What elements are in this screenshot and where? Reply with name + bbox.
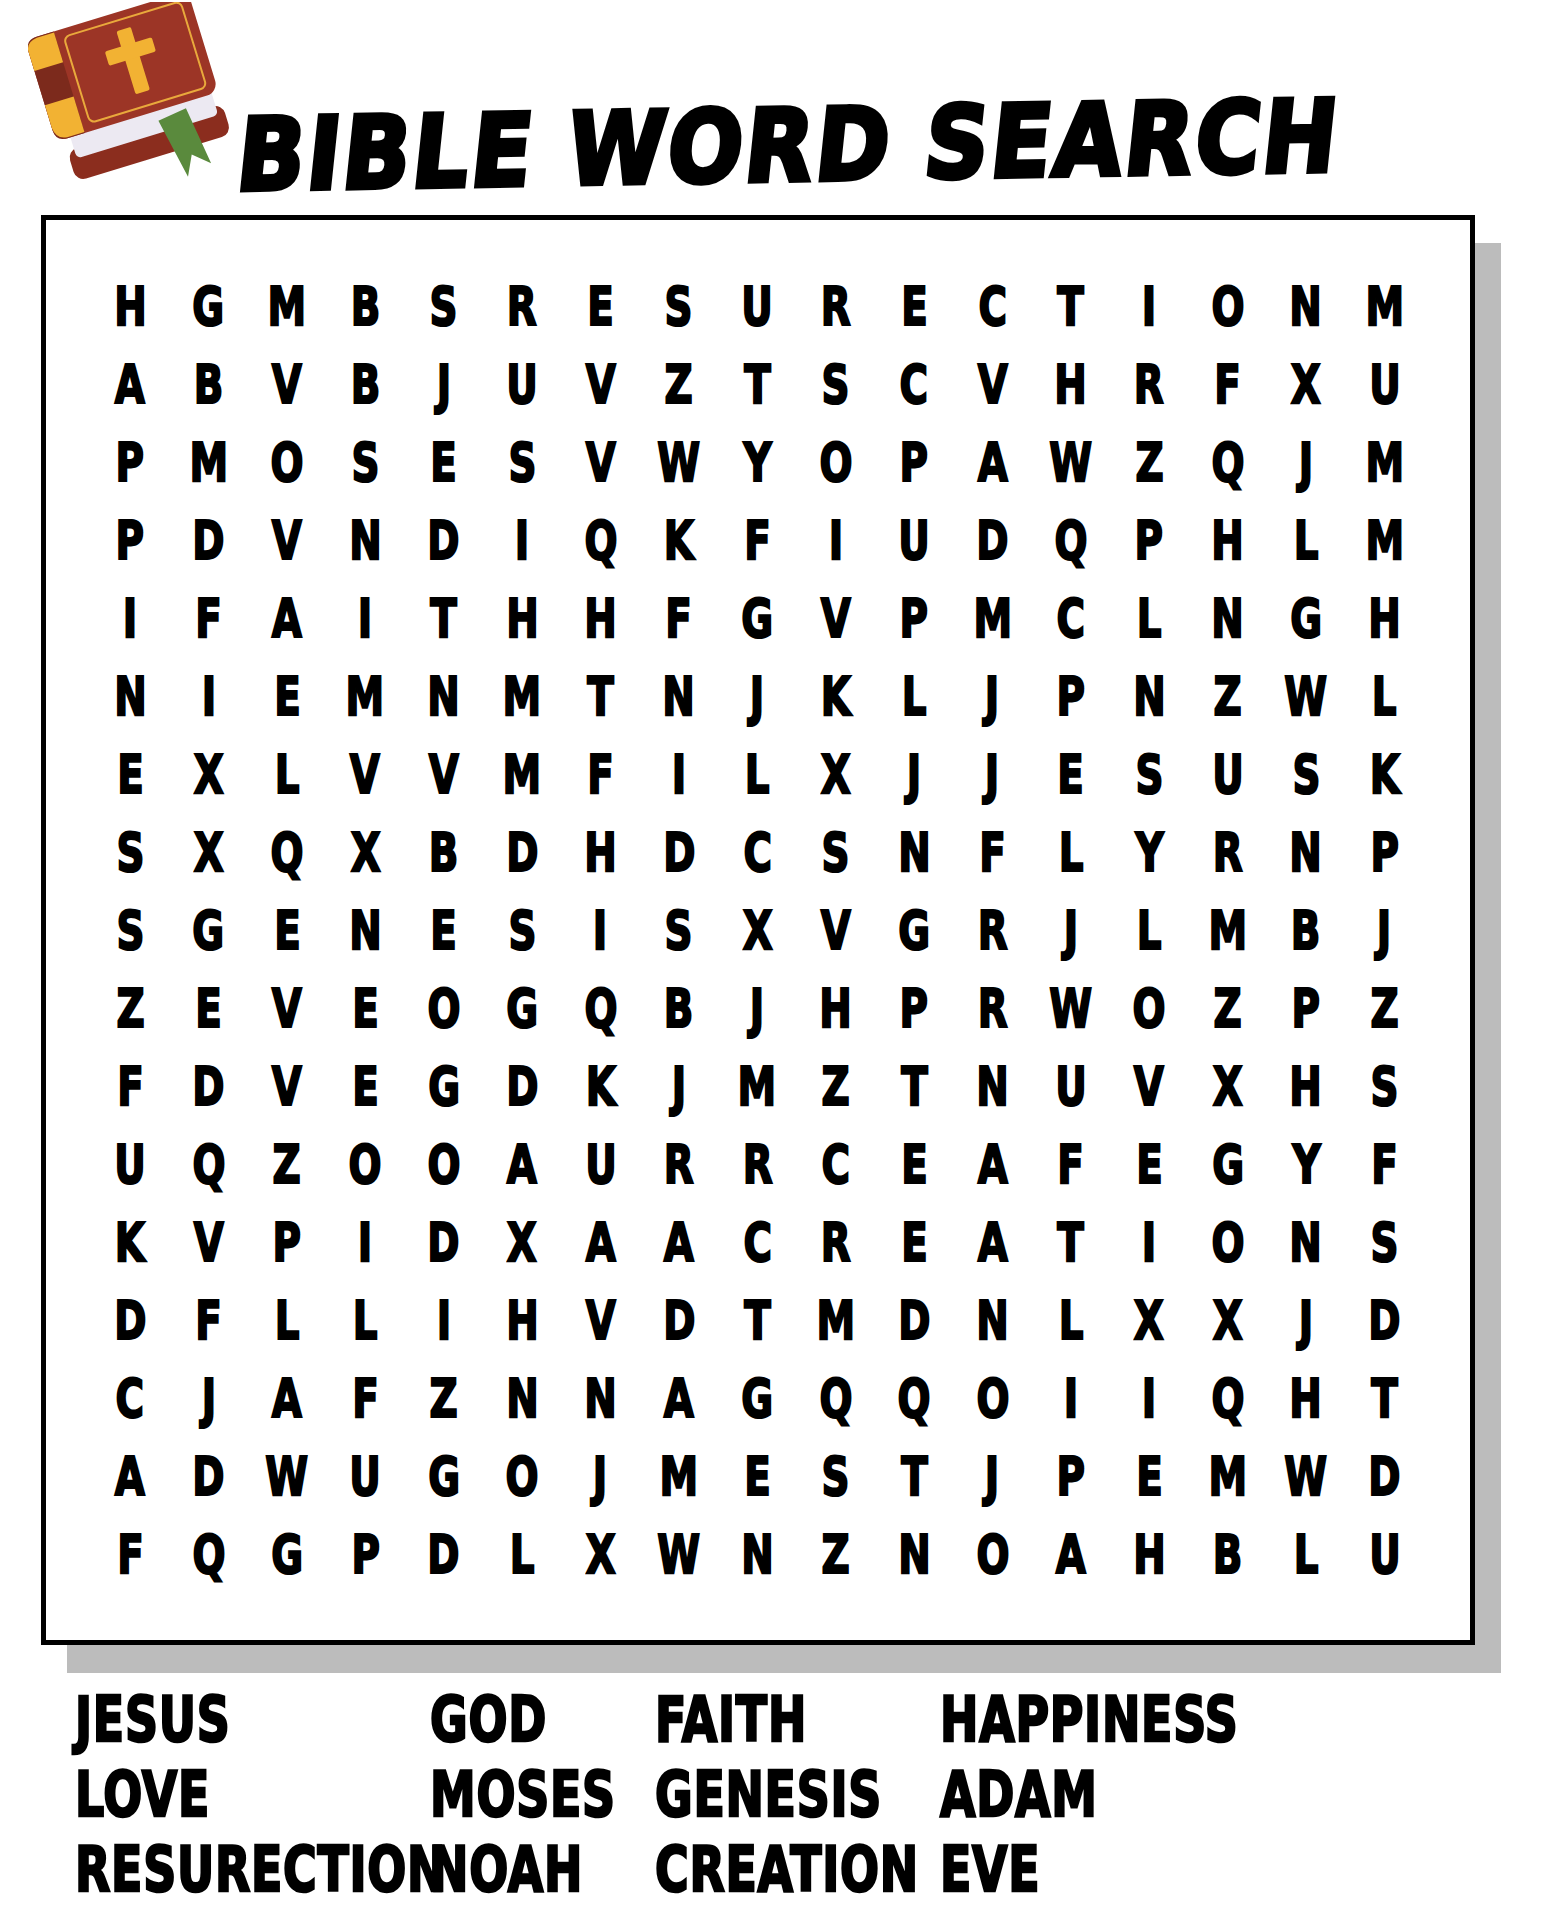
grid-letter: I (201, 665, 215, 728)
grid-cell: H (797, 969, 875, 1047)
grid-cell: Z (248, 1125, 326, 1203)
grid-cell: T (875, 1437, 953, 1515)
grid-cell: T (718, 345, 796, 423)
grid-letter: F (979, 821, 1006, 884)
grid-cell: U (483, 345, 561, 423)
grid-letter: A (507, 1133, 537, 1196)
grid-letter: S (1370, 1211, 1398, 1274)
grid-letter: R (1213, 821, 1243, 884)
grid-letter: M (738, 1055, 777, 1118)
grid-letter: O (427, 977, 460, 1040)
grid-cell: Z (1188, 657, 1266, 735)
grid-cell: T (1345, 1359, 1423, 1437)
grid-cell: D (953, 501, 1031, 579)
grid-letter: H (584, 821, 617, 884)
grid-letter: R (978, 977, 1008, 1040)
grid-letter: O (349, 1133, 382, 1196)
grid-letter: Q (1211, 431, 1244, 494)
grid-cell: H (1267, 1047, 1345, 1125)
grid-letter: T (744, 353, 771, 416)
grid-letter: Z (116, 977, 144, 1040)
grid-cell: P (875, 969, 953, 1047)
grid-letter: N (1290, 1211, 1323, 1274)
grid-cell: A (953, 1203, 1031, 1281)
grid-letter: A (977, 431, 1007, 494)
grid-cell: I (1110, 267, 1188, 345)
grid-cell: B (1267, 891, 1345, 969)
grid-letter: I (437, 1289, 451, 1352)
grid-letter: E (744, 1445, 771, 1508)
grid-cell: X (169, 813, 247, 891)
grid-letter: U (506, 353, 538, 416)
grid-letter: Q (1211, 1367, 1244, 1430)
grid-cell: V (248, 345, 326, 423)
grid-letter: Q (898, 1367, 931, 1430)
grid-cell: N (1267, 813, 1345, 891)
grid-cell: G (718, 579, 796, 657)
grid-letter: E (430, 899, 457, 962)
grid-letter: Z (822, 1523, 850, 1586)
grid-cell: M (640, 1437, 718, 1515)
grid-letter: D (663, 1289, 695, 1352)
grid-cell: O (1188, 1203, 1266, 1281)
grid-cell: X (169, 735, 247, 813)
grid-letter: B (429, 821, 459, 884)
grid-cell: I (405, 1281, 483, 1359)
grid-cell: B (326, 345, 404, 423)
grid-letter: J (985, 1445, 999, 1508)
grid-letter: D (428, 509, 460, 572)
grid-cell: T (405, 579, 483, 657)
grid-cell: E (91, 735, 169, 813)
grid-cell: P (1032, 657, 1110, 735)
grid-letter: E (195, 977, 222, 1040)
grid-letter: P (1057, 1445, 1085, 1508)
grid-letter: Y (743, 431, 771, 494)
grid-cell: Z (1188, 969, 1266, 1047)
grid-letter: N (349, 899, 382, 962)
grid-letter: O (1133, 977, 1166, 1040)
grid-cell: A (561, 1203, 639, 1281)
grid-letter: B (1291, 899, 1321, 962)
grid-letter: S (1370, 1055, 1398, 1118)
grid-letter: X (1213, 1289, 1243, 1352)
grid-cell: N (326, 501, 404, 579)
grid-cell: K (1345, 735, 1423, 813)
grid-letter: V (272, 353, 302, 416)
grid-cell: J (1345, 891, 1423, 969)
grid-cell: S (91, 891, 169, 969)
grid-cell: I (1110, 1203, 1188, 1281)
header: BIBLE WORD SEARCH (0, 0, 1544, 210)
grid-cell: R (797, 1203, 875, 1281)
grid-letter: T (901, 1445, 928, 1508)
grid-letter: V (585, 353, 615, 416)
word-list-column: HAPPINESSADAMEVE (940, 1682, 1344, 1907)
grid-cell: R (953, 969, 1031, 1047)
grid-cell: K (91, 1203, 169, 1281)
grid-cell: E (875, 267, 953, 345)
grid-letter: U (1369, 353, 1401, 416)
grid-letter: J (201, 1367, 215, 1430)
grid-cell: O (326, 1125, 404, 1203)
grid-letter: G (741, 1367, 773, 1430)
grid-letter: V (977, 353, 1007, 416)
grid-cell: A (91, 345, 169, 423)
grid-letter: H (1368, 587, 1401, 650)
grid-letter: X (586, 1523, 616, 1586)
grid-letter: J (593, 1445, 607, 1508)
grid-cell: X (483, 1203, 561, 1281)
grid-cell: L (248, 735, 326, 813)
grid-letter: U (742, 275, 774, 338)
grid-letter: E (901, 1211, 928, 1274)
grid-cell: S (797, 1437, 875, 1515)
grid-letter: S (116, 899, 144, 962)
grid-letter: Z (665, 353, 693, 416)
grid-letter: L (902, 665, 927, 728)
grid-cell: W (640, 1515, 718, 1593)
grid-cell: M (326, 657, 404, 735)
grid-cell: E (875, 1125, 953, 1203)
grid-letter: I (1142, 1211, 1156, 1274)
grid-cell: R (1110, 345, 1188, 423)
grid-cell: B (169, 345, 247, 423)
grid-cell: J (953, 657, 1031, 735)
grid-letter: H (1290, 1367, 1323, 1430)
grid-letter: F (666, 587, 693, 650)
grid-cell: W (1267, 1437, 1345, 1515)
grid-letter: R (821, 275, 851, 338)
grid-letter: W (1285, 665, 1328, 728)
grid-letter: N (349, 509, 382, 572)
grid-cell: N (561, 1359, 639, 1437)
grid-cell: V (248, 501, 326, 579)
grid-letter: X (1291, 353, 1321, 416)
grid-letter: S (1292, 743, 1320, 806)
grid-letter: S (508, 431, 536, 494)
grid-letter: G (741, 587, 773, 650)
grid-cell: C (797, 1125, 875, 1203)
grid-cell: X (1110, 1281, 1188, 1359)
grid-letter: N (663, 665, 696, 728)
grid-cell: N (483, 1359, 561, 1437)
grid-cell: Z (640, 345, 718, 423)
grid-cell: R (718, 1125, 796, 1203)
grid-letter: E (1136, 1445, 1163, 1508)
grid-letter: K (664, 509, 694, 572)
grid-cell: M (718, 1047, 796, 1125)
grid-letter: F (587, 743, 614, 806)
word-item: CREATION (655, 1832, 940, 1907)
grid-letter: M (346, 665, 385, 728)
word-item: LOVE (75, 1757, 430, 1832)
grid-cell: M (797, 1281, 875, 1359)
grid-letter: Z (273, 1133, 301, 1196)
grid-letter: Q (1054, 509, 1087, 572)
grid-letter: G (271, 1523, 303, 1586)
grid-cell: D (405, 1203, 483, 1281)
grid-cell: S (483, 891, 561, 969)
grid-cell: J (1267, 423, 1345, 501)
grid-letter: T (901, 1055, 928, 1118)
grid-cell: S (405, 267, 483, 345)
grid-letter: Z (1214, 977, 1242, 1040)
grid-cell: Q (1188, 1359, 1266, 1437)
grid-letter: U (114, 1133, 146, 1196)
grid-cell: L (1032, 1281, 1110, 1359)
grid-cell: A (91, 1437, 169, 1515)
grid-letter: Y (1135, 821, 1163, 884)
grid-cell: N (875, 813, 953, 891)
grid-cell: G (1267, 579, 1345, 657)
grid-cell: G (1188, 1125, 1266, 1203)
grid-cell: O (953, 1359, 1031, 1437)
grid-letter: C (900, 353, 929, 416)
grid-letter: J (437, 353, 451, 416)
grid-cell: S (1110, 735, 1188, 813)
grid-cell: D (483, 1047, 561, 1125)
grid-letter: X (821, 743, 851, 806)
grid-cell: H (91, 267, 169, 345)
grid-cell: P (1032, 1437, 1110, 1515)
grid-cell: N (640, 657, 718, 735)
grid-cell: J (561, 1437, 639, 1515)
grid-cell: F (91, 1047, 169, 1125)
grid-letter: N (1290, 275, 1323, 338)
grid-cell: D (1345, 1281, 1423, 1359)
grid-cell: J (875, 735, 953, 813)
grid-letter: D (898, 1289, 930, 1352)
grid-cell: P (91, 423, 169, 501)
grid-cell: U (91, 1125, 169, 1203)
grid-letter: V (821, 899, 851, 962)
grid-letter: F (195, 587, 222, 650)
grid-letter: N (114, 665, 147, 728)
grid-cell: V (248, 1047, 326, 1125)
grid-letter: J (672, 1055, 686, 1118)
grid-cell: N (326, 891, 404, 969)
grid-cell: B (326, 267, 404, 345)
grid-letter: N (741, 1523, 774, 1586)
grid-cell: Q (169, 1125, 247, 1203)
grid-letter: H (1133, 1523, 1166, 1586)
grid-cell: T (718, 1281, 796, 1359)
grid-letter: N (976, 1055, 1009, 1118)
grid-letter: M (1365, 275, 1404, 338)
grid-letter: L (1058, 821, 1083, 884)
grid-cell: B (405, 813, 483, 891)
grid-letter: C (743, 821, 772, 884)
grid-cell: S (1345, 1203, 1423, 1281)
word-item: EVE (940, 1832, 1344, 1907)
grid-cell: W (1267, 657, 1345, 735)
grid-letter: P (1057, 665, 1085, 728)
grid-letter: L (1294, 1523, 1319, 1586)
grid-cell: A (640, 1359, 718, 1437)
grid-cell: O (405, 1125, 483, 1203)
grid-cell: N (91, 657, 169, 735)
grid-cell: P (1110, 501, 1188, 579)
grid-letter: W (1049, 977, 1092, 1040)
grid-letter: E (901, 1133, 928, 1196)
grid-cell: U (718, 267, 796, 345)
grid-cell: N (953, 1047, 1031, 1125)
grid-letter: H (584, 587, 617, 650)
grid-cell: P (1267, 969, 1345, 1047)
grid-cell: D (640, 1281, 718, 1359)
grid-cell: D (1345, 1437, 1423, 1515)
grid-cell: X (1188, 1047, 1266, 1125)
word-list: JESUSLOVERESURECTIONGODMOSESNOAHFAITHGEN… (75, 1682, 1344, 1907)
grid-cell: S (640, 891, 718, 969)
grid-cell: E (561, 267, 639, 345)
grid-letter: U (585, 1133, 617, 1196)
grid-letter: J (985, 665, 999, 728)
grid-letter: W (1285, 1445, 1328, 1508)
grid-cell: Y (1267, 1125, 1345, 1203)
grid-cell: J (405, 345, 483, 423)
letter-grid: HGMBSRESURECTIONMABVBJUVZTSCVHRFXUPMOSES… (91, 267, 1424, 1593)
grid-cell: K (640, 501, 718, 579)
grid-letter: S (1135, 743, 1163, 806)
grid-letter: P (900, 431, 928, 494)
grid-cell: T (875, 1047, 953, 1125)
grid-cell: S (326, 423, 404, 501)
grid-letter: P (116, 509, 144, 572)
grid-cell: L (1267, 1515, 1345, 1593)
grid-cell: V (405, 735, 483, 813)
grid-cell: I (91, 579, 169, 657)
grid-cell: Q (1188, 423, 1266, 501)
grid-cell: U (1188, 735, 1266, 813)
grid-cell: E (248, 891, 326, 969)
grid-letter: X (1134, 1289, 1164, 1352)
grid-letter: B (351, 275, 381, 338)
grid-letter: G (898, 899, 930, 962)
grid-letter: Q (584, 509, 617, 572)
grid-cell: A (248, 579, 326, 657)
grid-letter: V (272, 509, 302, 572)
word-list-column: GODMOSESNOAH (430, 1682, 655, 1907)
grid-cell: X (797, 735, 875, 813)
grid-letter: V (585, 1289, 615, 1352)
grid-letter: E (352, 977, 379, 1040)
grid-letter: H (506, 587, 539, 650)
grid-cell: L (483, 1515, 561, 1593)
grid-letter: H (819, 977, 852, 1040)
grid-cell: G (248, 1515, 326, 1593)
grid-letter: D (192, 1445, 224, 1508)
grid-letter: K (1369, 743, 1399, 806)
grid-cell: I (326, 579, 404, 657)
grid-cell: M (483, 735, 561, 813)
grid-cell: V (561, 345, 639, 423)
grid-cell: V (797, 579, 875, 657)
grid-letter: L (1058, 1289, 1083, 1352)
grid-cell: T (561, 657, 639, 735)
grid-cell: J (1032, 891, 1110, 969)
grid-letter: D (428, 1211, 460, 1274)
grid-cell: Q (1032, 501, 1110, 579)
grid-cell: Z (1110, 423, 1188, 501)
grid-cell: F (640, 579, 718, 657)
grid-cell: C (718, 813, 796, 891)
grid-letter: J (1299, 1289, 1313, 1352)
grid-letter: R (742, 1133, 772, 1196)
grid-letter: A (272, 587, 302, 650)
grid-cell: W (1032, 423, 1110, 501)
grid-cell: J (640, 1047, 718, 1125)
grid-letter: L (745, 743, 770, 806)
grid-letter: N (976, 1289, 1009, 1352)
grid-cell: N (1267, 267, 1345, 345)
grid-letter: Q (192, 1523, 225, 1586)
grid-letter: E (901, 275, 928, 338)
grid-cell: M (953, 579, 1031, 657)
grid-cell: F (1188, 345, 1266, 423)
grid-cell: L (1345, 657, 1423, 735)
grid-letter: O (976, 1523, 1009, 1586)
grid-letter: O (427, 1133, 460, 1196)
grid-cell: O (797, 423, 875, 501)
grid-letter: G (193, 899, 225, 962)
grid-cell: O (953, 1515, 1031, 1593)
grid-cell: J (953, 735, 1031, 813)
grid-cell: F (169, 579, 247, 657)
grid-cell: U (875, 501, 953, 579)
grid-letter: W (1049, 431, 1092, 494)
grid-cell: Q (797, 1359, 875, 1437)
grid-letter: U (1369, 1523, 1401, 1586)
grid-cell: H (1345, 579, 1423, 657)
grid-cell: X (1188, 1281, 1266, 1359)
grid-letter: K (585, 1055, 615, 1118)
grid-cell: I (1032, 1359, 1110, 1437)
grid-cell: C (875, 345, 953, 423)
grid-cell: M (169, 423, 247, 501)
grid-cell: L (1110, 891, 1188, 969)
grid-letter: Q (270, 821, 303, 884)
grid-letter: A (115, 1445, 145, 1508)
grid-letter: D (506, 821, 538, 884)
grid-cell: B (1188, 1515, 1266, 1593)
grid-cell: L (1267, 501, 1345, 579)
grid-letter: R (507, 275, 537, 338)
grid-letter: N (898, 821, 931, 884)
grid-cell: V (248, 969, 326, 1047)
grid-cell: G (875, 891, 953, 969)
grid-letter: G (428, 1055, 460, 1118)
grid-letter: N (1133, 665, 1166, 728)
word-item: RESURECTION (75, 1832, 430, 1907)
grid-cell: L (875, 657, 953, 735)
grid-letter: M (1208, 1445, 1247, 1508)
grid-letter: W (657, 431, 700, 494)
grid-letter: L (1294, 509, 1319, 572)
grid-cell: Z (797, 1515, 875, 1593)
grid-letter: O (270, 431, 303, 494)
grid-cell: N (953, 1281, 1031, 1359)
grid-cell: G (718, 1359, 796, 1437)
grid-cell: F (91, 1515, 169, 1593)
grid-letter: A (664, 1211, 694, 1274)
grid-letter: U (350, 1445, 382, 1508)
grid-cell: P (248, 1203, 326, 1281)
grid-letter: V (194, 1211, 224, 1274)
grid-cell: P (875, 423, 953, 501)
grid-letter: X (507, 1211, 537, 1274)
